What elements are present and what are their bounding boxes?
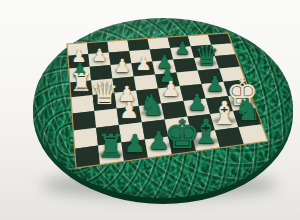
piece-green-knight-d3[interactable]: ♞ (139, 91, 165, 120)
piece-white-pawn-d6[interactable]: ♟ (135, 55, 151, 73)
piece-white-queen-b4[interactable]: ♛ (91, 78, 119, 109)
square-a3[interactable] (72, 111, 96, 131)
piece-white-pawn-b7[interactable]: ♟ (92, 47, 107, 64)
square-a2[interactable] (73, 128, 98, 149)
piece-green-queen-g6[interactable]: ♛ (195, 42, 220, 69)
piece-green-pawn-g4[interactable]: ♟ (206, 75, 225, 96)
piece-green-pawn-d1[interactable]: ♟ (147, 129, 169, 154)
square-c8[interactable] (107, 40, 129, 53)
piece-green-pawn-f7[interactable]: ♟ (175, 40, 190, 57)
piece-green-king-e1[interactable]: ♚ (164, 113, 200, 153)
piece-white-pawn-c6[interactable]: ♟ (114, 57, 130, 75)
piece-white-rook-a5[interactable]: ♜ (70, 70, 93, 95)
photo-scene: ♟♟♟♟♟♟♟♛♜♟♛♟♟♟♟♞♟♚♝♞♜♟♟♚♝ (0, 0, 300, 220)
piece-white-pawn-c3[interactable]: ♟ (119, 99, 139, 121)
piece-green-pawn-c1[interactable]: ♟ (124, 132, 146, 157)
square-e8[interactable] (148, 37, 171, 49)
square-b3[interactable] (94, 108, 119, 127)
piece-green-rook-b1[interactable]: ♜ (97, 130, 126, 162)
square-d8[interactable] (127, 39, 149, 52)
